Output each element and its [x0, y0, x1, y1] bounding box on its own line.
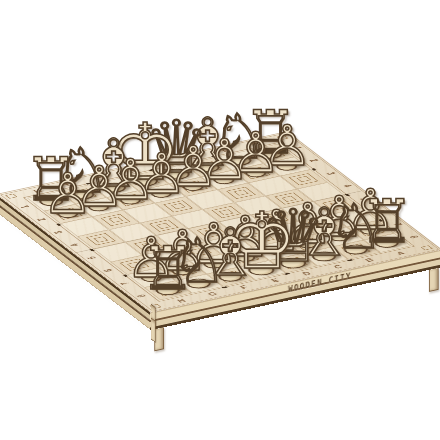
- piece-base: [273, 161, 301, 173]
- piece-base: [325, 231, 353, 243]
- piece-base: [137, 272, 165, 284]
- piece-base: [356, 224, 384, 236]
- piece-base: [231, 251, 259, 263]
- piece-base: [308, 250, 340, 263]
- square-d8: [269, 253, 317, 273]
- board-leg: [154, 327, 164, 351]
- piece-base: [147, 188, 175, 200]
- piece-base: [199, 258, 227, 270]
- piece-base: [293, 238, 321, 250]
- piece-base: [85, 201, 113, 213]
- piece-base: [275, 256, 310, 270]
- product-photo: WOODEN.CITY HGFEDCBA1122334455667788HGFE…: [0, 0, 440, 440]
- board-leg: [151, 317, 156, 343]
- piece-base: [168, 265, 196, 277]
- chess-board: WOODEN.CITY HGFEDCBA1122334455667788HGFE…: [0, 131, 440, 313]
- piece-base: [210, 174, 238, 186]
- joint-notch: [284, 273, 290, 275]
- piece-base: [244, 263, 279, 277]
- board-leg: [429, 268, 439, 292]
- piece-base: [339, 243, 371, 256]
- board-face: WOODEN.CITY HGFEDCBA1122334455667788HGFE…: [0, 131, 440, 313]
- piece-base: [262, 245, 290, 257]
